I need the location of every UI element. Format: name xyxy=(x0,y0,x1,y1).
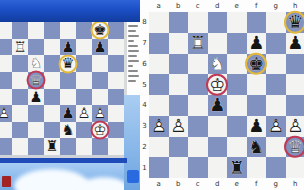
square-a5[interactable] xyxy=(0,72,12,89)
square-b6[interactable] xyxy=(169,54,189,75)
rank-label-3: 3 xyxy=(140,116,149,137)
square-f6[interactable] xyxy=(76,55,92,72)
piece-outline: ♙ xyxy=(0,106,11,121)
square-b4[interactable] xyxy=(169,95,189,116)
square-e3[interactable]: ♟ xyxy=(60,105,76,122)
square-b2[interactable] xyxy=(12,122,28,139)
notation-text-line xyxy=(128,70,138,72)
piece-glyph: ♟ xyxy=(209,96,225,114)
square-f7[interactable] xyxy=(76,39,92,56)
left-board-window: ♚♜♖♟♟♞♘♛♛♕♟♟♙♟♟♙♟♙♞♚♔♜ xyxy=(0,22,124,155)
square-d5[interactable]: ♚♔ xyxy=(208,74,228,95)
square-e2[interactable] xyxy=(227,137,247,158)
square-g2[interactable]: ♚♔ xyxy=(92,122,108,139)
square-a2[interactable] xyxy=(0,122,12,139)
square-g6[interactable] xyxy=(92,55,108,72)
piece-glyph: ♜ xyxy=(46,139,59,154)
piece-black-queen[interactable]: ♛ xyxy=(62,56,75,71)
square-d1[interactable] xyxy=(208,157,228,178)
piece-white-king[interactable]: ♚♔ xyxy=(94,123,107,138)
notation-text-line xyxy=(128,25,138,27)
square-b3[interactable]: ♟♙ xyxy=(169,116,189,137)
piece-outline: ♙ xyxy=(78,106,91,121)
notation-text-line xyxy=(128,45,138,47)
desktop-icon[interactable] xyxy=(127,170,139,183)
file-label-b: b xyxy=(169,0,189,12)
piece-white-knight[interactable]: ♞♘ xyxy=(209,55,225,73)
square-b5[interactable] xyxy=(169,74,189,95)
square-a1[interactable] xyxy=(0,138,12,155)
file-label-a: a xyxy=(149,0,169,12)
notation-text-line xyxy=(128,30,136,32)
square-f3[interactable]: ♟♙ xyxy=(76,105,92,122)
rank-label-5: 5 xyxy=(140,74,149,95)
piece-white-pawn[interactable]: ♟♙ xyxy=(170,117,186,135)
square-e7[interactable]: ♟ xyxy=(60,39,76,56)
square-e6[interactable] xyxy=(227,54,247,75)
square-a7[interactable] xyxy=(149,33,169,54)
square-h3[interactable] xyxy=(108,105,124,122)
square-d8[interactable] xyxy=(44,22,60,39)
square-d5[interactable] xyxy=(44,72,60,89)
square-g7[interactable] xyxy=(266,33,286,54)
piece-outline: ♕ xyxy=(30,73,43,88)
square-g4[interactable] xyxy=(92,89,108,106)
square-e3[interactable] xyxy=(227,116,247,137)
square-h2[interactable] xyxy=(108,122,124,139)
rank-label-7: 7 xyxy=(140,33,149,54)
notation-text-line xyxy=(128,65,133,67)
piece-black-knight[interactable]: ♞ xyxy=(62,123,75,138)
square-f5[interactable] xyxy=(76,72,92,89)
piece-glyph: ♟ xyxy=(287,34,303,52)
notation-text-line xyxy=(128,55,137,57)
desktop-wallpaper xyxy=(0,163,124,190)
square-e5[interactable] xyxy=(227,74,247,95)
square-e5[interactable] xyxy=(60,72,76,89)
square-g3[interactable]: ♟♙ xyxy=(92,105,108,122)
piece-black-pawn[interactable]: ♟ xyxy=(248,34,264,52)
square-e6[interactable]: ♛ xyxy=(60,55,76,72)
rank-label-2: 2 xyxy=(140,137,149,158)
rank-label-8: 8 xyxy=(140,12,149,33)
piece-white-queen[interactable]: ♛♕ xyxy=(287,138,303,156)
square-c7[interactable] xyxy=(28,39,44,56)
piece-outline: ♙ xyxy=(170,117,186,135)
square-b6[interactable] xyxy=(12,55,28,72)
left-chess-board: ♚♜♖♟♟♞♘♛♛♕♟♟♙♟♟♙♟♙♞♚♔♜ xyxy=(0,22,124,155)
square-f2[interactable]: ♞ xyxy=(247,137,267,158)
square-a8[interactable] xyxy=(149,12,169,33)
square-g7[interactable]: ♟ xyxy=(92,39,108,56)
square-h5[interactable] xyxy=(108,72,124,89)
square-c1[interactable] xyxy=(28,138,44,155)
file-label-d: d xyxy=(208,0,228,12)
piece-outline: ♘ xyxy=(30,56,43,71)
rank-label-4: 4 xyxy=(140,95,149,116)
file-labels-top: abcdefgh xyxy=(149,0,304,12)
square-g5[interactable] xyxy=(266,74,286,95)
file-labels-bottom: abcdefgh xyxy=(149,178,304,190)
piece-white-queen[interactable]: ♛♕ xyxy=(30,73,43,88)
square-g3[interactable]: ♟♙ xyxy=(266,116,286,137)
square-h4[interactable] xyxy=(108,89,124,106)
piece-black-pawn[interactable]: ♟ xyxy=(287,34,303,52)
square-b8[interactable] xyxy=(12,22,28,39)
square-e8[interactable] xyxy=(227,12,247,33)
desktop-icon[interactable] xyxy=(2,176,11,187)
piece-white-pawn[interactable]: ♟♙ xyxy=(268,117,284,135)
piece-glyph: ♜ xyxy=(229,159,245,177)
square-d3[interactable] xyxy=(208,116,228,137)
square-b4[interactable] xyxy=(12,89,28,106)
square-a5[interactable] xyxy=(149,74,169,95)
square-h6[interactable] xyxy=(108,55,124,72)
file-label-e: e xyxy=(227,178,247,190)
piece-outline: ♘ xyxy=(209,55,225,73)
piece-outline: ♖ xyxy=(14,40,27,55)
piece-black-pawn[interactable]: ♟ xyxy=(94,40,107,55)
main-board-window: abcdefgh 87654321 ♛♜♖♟♟♞♘♚♚♔♟♟♙♟♙♟♟♙♟♙♞♛… xyxy=(140,0,304,190)
square-c2[interactable] xyxy=(188,137,208,158)
square-b8[interactable] xyxy=(169,12,189,33)
square-h7[interactable]: ♟ xyxy=(286,33,305,54)
square-d2[interactable] xyxy=(208,137,228,158)
square-h6[interactable] xyxy=(286,54,305,75)
square-a1[interactable] xyxy=(149,157,169,178)
square-a4[interactable] xyxy=(149,95,169,116)
square-a4[interactable] xyxy=(0,89,12,106)
piece-black-king[interactable]: ♚ xyxy=(94,23,107,38)
square-d8[interactable] xyxy=(208,12,228,33)
square-c2[interactable] xyxy=(28,122,44,139)
square-d2[interactable] xyxy=(44,122,60,139)
square-e2[interactable]: ♞ xyxy=(60,122,76,139)
notation-text-line xyxy=(128,60,139,62)
piece-outline: ♙ xyxy=(287,117,303,135)
square-g1[interactable] xyxy=(92,138,108,155)
square-e8[interactable] xyxy=(60,22,76,39)
piece-glyph: ♛ xyxy=(62,56,75,71)
square-b1[interactable] xyxy=(169,157,189,178)
square-b7[interactable]: ♜♖ xyxy=(12,39,28,56)
square-g5[interactable] xyxy=(92,72,108,89)
piece-white-pawn[interactable]: ♟♙ xyxy=(151,117,167,135)
square-a3[interactable]: ♟♙ xyxy=(149,116,169,137)
piece-outline: ♕ xyxy=(287,138,303,156)
square-f1[interactable] xyxy=(76,138,92,155)
piece-glyph: ♟ xyxy=(248,117,264,135)
square-c6[interactable]: ♞♘ xyxy=(28,55,44,72)
piece-black-king[interactable]: ♚ xyxy=(248,55,264,73)
square-f5[interactable] xyxy=(247,74,267,95)
square-a7[interactable] xyxy=(0,39,12,56)
square-g4[interactable] xyxy=(266,95,286,116)
file-label-f: f xyxy=(247,178,267,190)
piece-black-rook[interactable]: ♜ xyxy=(229,159,245,177)
square-c3[interactable] xyxy=(188,116,208,137)
piece-glyph: ♟ xyxy=(94,40,107,55)
piece-outline: ♔ xyxy=(94,123,107,138)
notation-text-line xyxy=(128,50,139,52)
square-a6[interactable] xyxy=(0,55,12,72)
square-g1[interactable] xyxy=(266,157,286,178)
square-e1[interactable] xyxy=(60,138,76,155)
square-e7[interactable] xyxy=(227,33,247,54)
square-b3[interactable] xyxy=(12,105,28,122)
square-a6[interactable] xyxy=(149,54,169,75)
piece-glyph: ♟ xyxy=(62,106,75,121)
file-label-f: f xyxy=(247,0,267,12)
square-d7[interactable] xyxy=(44,39,60,56)
notation-panel-sliver xyxy=(127,22,140,95)
notation-text-line xyxy=(128,75,139,77)
square-f4[interactable] xyxy=(76,89,92,106)
piece-outline: ♖ xyxy=(190,34,206,52)
square-b7[interactable] xyxy=(169,33,189,54)
piece-glyph: ♞ xyxy=(248,138,264,156)
square-d3[interactable] xyxy=(44,105,60,122)
square-b2[interactable] xyxy=(169,137,189,158)
square-f1[interactable] xyxy=(247,157,267,178)
file-label-h: h xyxy=(286,178,305,190)
piece-glyph: ♚ xyxy=(94,23,107,38)
piece-black-queen[interactable]: ♛ xyxy=(287,13,303,31)
piece-black-pawn[interactable]: ♟ xyxy=(62,40,75,55)
file-label-a: a xyxy=(149,178,169,190)
square-h7[interactable] xyxy=(108,39,124,56)
square-g8[interactable] xyxy=(266,12,286,33)
piece-white-rook[interactable]: ♜♖ xyxy=(14,40,27,55)
square-d6[interactable]: ♞♘ xyxy=(208,54,228,75)
square-g6[interactable] xyxy=(266,54,286,75)
rank-label-1: 1 xyxy=(140,157,149,178)
square-b1[interactable] xyxy=(12,138,28,155)
square-g2[interactable] xyxy=(266,137,286,158)
square-f8[interactable] xyxy=(247,12,267,33)
square-f4[interactable] xyxy=(247,95,267,116)
piece-black-pawn[interactable]: ♟ xyxy=(209,96,225,114)
square-c7[interactable]: ♜♖ xyxy=(188,33,208,54)
square-g8[interactable]: ♚ xyxy=(92,22,108,39)
piece-white-pawn[interactable]: ♟♙ xyxy=(287,117,303,135)
square-e4[interactable] xyxy=(227,95,247,116)
file-label-c: c xyxy=(188,178,208,190)
piece-glyph: ♟ xyxy=(30,90,43,105)
square-d4[interactable]: ♟ xyxy=(208,95,228,116)
piece-black-knight[interactable]: ♞ xyxy=(248,138,264,156)
square-f7[interactable]: ♟ xyxy=(247,33,267,54)
square-d7[interactable] xyxy=(208,33,228,54)
square-c4[interactable] xyxy=(188,95,208,116)
square-f6[interactable]: ♚ xyxy=(247,54,267,75)
square-h3[interactable]: ♟♙ xyxy=(286,116,305,137)
piece-glyph: ♚ xyxy=(248,55,264,73)
file-label-c: c xyxy=(188,0,208,12)
file-label-g: g xyxy=(266,0,286,12)
square-a8[interactable] xyxy=(0,22,12,39)
square-e1[interactable]: ♜ xyxy=(227,157,247,178)
piece-glyph: ♟ xyxy=(248,34,264,52)
piece-glyph: ♞ xyxy=(62,123,75,138)
piece-outline: ♔ xyxy=(209,76,225,94)
main-chess-board: ♛♜♖♟♟♞♘♚♚♔♟♟♙♟♙♟♟♙♟♙♞♛♕♜ xyxy=(149,12,304,178)
piece-glyph: ♛ xyxy=(287,13,303,31)
piece-white-pawn[interactable]: ♟♙ xyxy=(0,106,11,121)
file-label-e: e xyxy=(227,0,247,12)
square-d1[interactable]: ♜ xyxy=(44,138,60,155)
square-c5[interactable] xyxy=(188,74,208,95)
rank-label-6: 6 xyxy=(140,54,149,75)
file-label-g: g xyxy=(266,178,286,190)
left-window-titlebar[interactable] xyxy=(0,0,140,22)
square-c8[interactable] xyxy=(28,22,44,39)
file-label-d: d xyxy=(208,178,228,190)
square-h2[interactable]: ♛♕ xyxy=(286,137,305,158)
square-c8[interactable] xyxy=(188,12,208,33)
square-c1[interactable] xyxy=(188,157,208,178)
piece-black-pawn[interactable]: ♟ xyxy=(62,106,75,121)
square-h1[interactable] xyxy=(108,138,124,155)
square-e4[interactable] xyxy=(60,89,76,106)
piece-outline: ♙ xyxy=(151,117,167,135)
file-label-b: b xyxy=(169,178,189,190)
notation-text-line xyxy=(128,80,136,82)
square-a2[interactable] xyxy=(149,137,169,158)
piece-outline: ♙ xyxy=(268,117,284,135)
square-c6[interactable] xyxy=(188,54,208,75)
square-c5[interactable]: ♛♕ xyxy=(28,72,44,89)
square-c3[interactable] xyxy=(28,105,44,122)
square-h4[interactable] xyxy=(286,95,305,116)
square-h8[interactable]: ♛ xyxy=(286,12,305,33)
piece-black-pawn[interactable]: ♟ xyxy=(248,117,264,135)
piece-outline: ♙ xyxy=(94,106,107,121)
square-c4[interactable]: ♟ xyxy=(28,89,44,106)
notation-text-line xyxy=(128,40,134,42)
piece-black-rook[interactable]: ♜ xyxy=(46,139,59,154)
notation-text-line xyxy=(128,35,139,37)
square-d4[interactable] xyxy=(44,89,60,106)
piece-white-pawn[interactable]: ♟♙ xyxy=(78,106,91,121)
square-h1[interactable] xyxy=(286,157,305,178)
rank-labels: 87654321 xyxy=(140,12,149,178)
piece-white-pawn[interactable]: ♟♙ xyxy=(94,106,107,121)
square-f3[interactable]: ♟ xyxy=(247,116,267,137)
piece-glyph: ♟ xyxy=(62,40,75,55)
square-h5[interactable] xyxy=(286,74,305,95)
piece-white-knight[interactable]: ♞♘ xyxy=(30,56,43,71)
piece-white-king[interactable]: ♚♔ xyxy=(209,76,225,94)
piece-white-rook[interactable]: ♜♖ xyxy=(190,34,206,52)
square-h8[interactable] xyxy=(108,22,124,39)
square-a3[interactable]: ♟♙ xyxy=(0,105,12,122)
piece-black-pawn[interactable]: ♟ xyxy=(30,90,43,105)
